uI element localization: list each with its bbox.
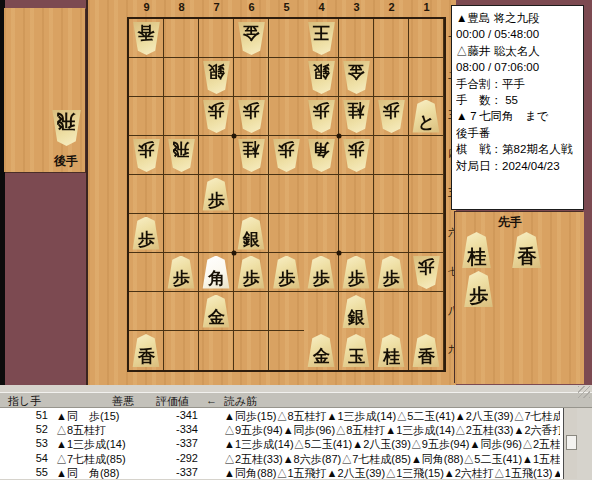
piece-sente-歩[interactable]: 歩 (272, 256, 301, 289)
file-label-7: 7 (199, 1, 234, 15)
piece-kanji: 歩 (383, 100, 399, 119)
arrow-left-icon: ← (206, 394, 217, 406)
square-9六[interactable]: 歩 (129, 214, 164, 253)
square-4一[interactable]: 王 (304, 19, 339, 58)
move-number: 53 (14, 437, 48, 449)
piece-sente-歩[interactable]: 歩 (132, 217, 161, 250)
gote-label: 後手 (54, 153, 78, 170)
square-7八[interactable]: 金 (199, 292, 234, 331)
star-point (337, 134, 342, 139)
square-1八[interactable] (409, 292, 444, 331)
piece-sente-と[interactable]: と (412, 100, 441, 133)
piece-kanji: 歩 (418, 256, 434, 275)
piece-kanji: 王 (313, 22, 329, 41)
file-label-3: 3 (339, 1, 374, 15)
piece-sente-歩[interactable]: 歩 (307, 256, 336, 289)
square-3三[interactable]: 桂 (339, 97, 374, 136)
square-2六[interactable] (374, 214, 409, 253)
piece-kanji: 金 (348, 61, 364, 80)
file-label-1: 1 (409, 1, 444, 15)
pv-text: ▲同角(88)△1五飛打▲2八玉(39)△1三飛(15)▲2六桂打△1五飛(13… (224, 466, 560, 480)
square-2三[interactable]: 歩 (374, 97, 409, 136)
piece-kanji: 香 (138, 22, 154, 41)
square-4八[interactable] (304, 292, 339, 331)
sente-hand-tray[interactable]: 先手 桂香歩 (455, 212, 584, 384)
square-7五[interactable]: 歩 (199, 175, 234, 214)
move-row-52[interactable]: 52△8五桂打-334△9五歩(94)▲同歩(96)△8五桂打▲1三歩成(14)… (0, 422, 563, 436)
info-line-9: 棋 戦：第82期名人戦 (456, 141, 581, 157)
piece-kanji: 歩 (348, 270, 364, 289)
piece-kanji: 歩 (313, 100, 329, 119)
piece-kanji: 歩 (470, 286, 488, 307)
square-2四[interactable] (374, 136, 409, 175)
piece-sente-歩[interactable]: 歩 (377, 256, 406, 289)
square-9四[interactable]: 歩 (129, 136, 164, 175)
piece-kanji: 香 (518, 247, 536, 268)
square-7二[interactable]: 銀 (199, 58, 234, 97)
square-5二[interactable] (269, 58, 304, 97)
square-3八[interactable]: 銀 (339, 292, 374, 331)
piece-kanji: 玉 (348, 348, 364, 367)
square-9七[interactable] (129, 253, 164, 292)
square-5五[interactable] (269, 175, 304, 214)
star-point (232, 251, 237, 256)
move-number: 51 (14, 409, 48, 421)
move-number: 54 (14, 452, 48, 464)
square-3九[interactable]: 玉 (339, 331, 374, 370)
square-9九[interactable]: 香 (129, 331, 164, 370)
file-label-8: 8 (164, 1, 199, 15)
square-1七[interactable]: 歩 (409, 253, 444, 292)
piece-kanji: 銀 (313, 61, 329, 80)
piece-gote-歩[interactable]: 歩 (272, 139, 301, 172)
info-line-5: 手合割：平手 (456, 76, 581, 92)
square-2九[interactable]: 桂 (374, 331, 409, 370)
info-line-4: 08:00 / 07:06:00 (456, 59, 581, 75)
square-7六[interactable] (199, 214, 234, 253)
piece-kanji: と (418, 114, 434, 133)
piece-kanji: 桂 (468, 247, 486, 268)
move-text: ▲同 角(88) (56, 466, 119, 480)
square-4九[interactable]: 金 (304, 331, 339, 370)
shogi-gui-window: 987654321 一二三四五六七八九 香金王銀銀金歩歩歩桂歩と歩飛桂歩角歩歩歩… (0, 0, 592, 480)
square-5六[interactable] (269, 214, 304, 253)
square-8七[interactable]: 歩 (164, 253, 199, 292)
piece-gote-王[interactable]: 王 (307, 22, 336, 55)
piece-kanji: 歩 (348, 139, 364, 158)
header-eval: 評価値 (156, 394, 189, 409)
square-7三[interactable]: 歩 (199, 97, 234, 136)
square-4三[interactable]: 歩 (304, 97, 339, 136)
square-8八[interactable] (164, 292, 199, 331)
square-8四[interactable]: 飛 (164, 136, 199, 175)
square-6三[interactable]: 歩 (234, 97, 269, 136)
info-line-3: △藤井 聡太名人 (456, 43, 581, 59)
piece-sente-香[interactable]: 香 (132, 334, 161, 367)
piece-kanji: 歩 (279, 270, 295, 289)
square-7九[interactable] (199, 331, 234, 370)
piece-gote-歩[interactable]: 歩 (307, 100, 336, 133)
board-area: 987654321 一二三四五六七八九 香金王銀銀金歩歩歩桂歩と歩飛桂歩角歩歩歩… (88, 0, 456, 385)
move-row-55[interactable]: 55▲同 角(88)-337▲同角(88)△1五飛打▲2八玉(39)△1三飛(1… (0, 465, 563, 479)
square-8五[interactable] (164, 175, 199, 214)
square-1九[interactable]: 香 (409, 331, 444, 370)
move-list-rows: 51▲同 歩(15)-341▲同歩(15)△8五桂打▲1三歩成(14)△5二玉(… (0, 408, 563, 479)
square-4七[interactable]: 歩 (304, 253, 339, 292)
square-8六[interactable] (164, 214, 199, 253)
eval-value: -341 (138, 409, 198, 421)
square-1五[interactable] (409, 175, 444, 214)
square-5三[interactable] (269, 97, 304, 136)
square-5八[interactable] (269, 292, 304, 331)
game-info-panel: ▲豊島 将之九段00:00 / 05:48:00△藤井 聡太名人08:00 / … (451, 5, 584, 210)
piece-kanji: 桂 (383, 348, 399, 367)
square-6二[interactable] (234, 58, 269, 97)
square-7一[interactable] (199, 19, 234, 58)
file-labels: 987654321 (129, 1, 444, 15)
square-1三[interactable]: と (409, 97, 444, 136)
square-9五[interactable] (129, 175, 164, 214)
square-1六[interactable] (409, 214, 444, 253)
piece-kanji: 角 (208, 270, 224, 289)
piece-sente-歩[interactable]: 歩 (463, 271, 494, 307)
move-list-scrollbar[interactable] (563, 408, 577, 479)
piece-kanji: 飛 (173, 139, 189, 158)
square-6七[interactable]: 歩 (234, 253, 269, 292)
piece-gote-歩[interactable]: 歩 (237, 100, 266, 133)
info-line-6: 手 数： 55 (456, 92, 581, 108)
piece-sente-香[interactable]: 香 (511, 232, 542, 268)
square-6四[interactable]: 桂 (234, 136, 269, 175)
piece-kanji: 金 (313, 348, 329, 367)
move-row-53[interactable]: 53▲1三歩成(14)-337▲1三歩成(14)△5二玉(41)▲2八玉(39)… (0, 436, 563, 450)
square-6六[interactable]: 銀 (234, 214, 269, 253)
file-label-2: 2 (374, 1, 409, 15)
piece-kanji: 桂 (348, 100, 364, 119)
piece-sente-桂[interactable]: 桂 (461, 232, 492, 268)
piece-gote-金[interactable]: 金 (342, 61, 371, 94)
square-7七[interactable]: 角 (199, 253, 234, 292)
piece-kanji: 角 (313, 139, 329, 158)
piece-kanji: 銀 (348, 309, 364, 328)
file-label-4: 4 (304, 1, 339, 15)
square-3二[interactable]: 金 (339, 58, 374, 97)
piece-kanji: 香 (418, 348, 434, 367)
square-6八[interactable] (234, 292, 269, 331)
file-label-9: 9 (129, 1, 164, 15)
piece-sente-歩[interactable]: 歩 (237, 256, 266, 289)
square-2二[interactable] (374, 58, 409, 97)
piece-gote-歩[interactable]: 歩 (377, 100, 406, 133)
square-3四[interactable]: 歩 (339, 136, 374, 175)
piece-gote-角[interactable]: 角 (307, 139, 336, 172)
square-1一[interactable] (409, 19, 444, 58)
move-row-54[interactable]: 54△7七桂成(85)-292△2五桂(33)▲8六歩(87)△7七桂成(85)… (0, 451, 563, 465)
piece-sente-歩[interactable]: 歩 (342, 256, 371, 289)
piece-kanji: 飛 (58, 110, 76, 131)
eval-value: -334 (138, 423, 198, 435)
info-line-1: ▲豊島 将之九段 (456, 10, 581, 26)
piece-kanji: 歩 (383, 270, 399, 289)
piece-sente-歩[interactable]: 歩 (202, 178, 231, 211)
piece-gote-銀[interactable]: 銀 (202, 61, 231, 94)
piece-gote-飛[interactable]: 飛 (167, 139, 196, 172)
square-3五[interactable] (339, 175, 374, 214)
piece-kanji: 歩 (173, 270, 189, 289)
piece-sente-歩[interactable]: 歩 (167, 256, 196, 289)
piece-sente-角[interactable]: 角 (202, 256, 231, 289)
square-9三[interactable] (129, 97, 164, 136)
info-line-10: 対局日：2024/04/23 (456, 158, 581, 174)
square-1二[interactable] (409, 58, 444, 97)
square-4六[interactable] (304, 214, 339, 253)
move-list-header: 指し手 善悪 評価値 ← 読み筋 (0, 392, 592, 408)
square-5七[interactable]: 歩 (269, 253, 304, 292)
gote-hand-tray[interactable]: 飛 後手 (4, 8, 85, 172)
scrollbar-thumb[interactable] (566, 435, 577, 450)
square-2七[interactable]: 歩 (374, 253, 409, 292)
square-6九[interactable] (234, 331, 269, 370)
move-list-panel: 指し手 善悪 評価値 ← 読み筋 51▲同 歩(15)-341▲同歩(15)△8… (0, 385, 592, 480)
square-3六[interactable] (339, 214, 374, 253)
piece-kanji: 歩 (243, 270, 259, 289)
piece-kanji: 銀 (243, 231, 259, 250)
square-8九[interactable] (164, 331, 199, 370)
info-line-2: 00:00 / 05:48:00 (456, 26, 581, 42)
square-5四[interactable]: 歩 (269, 136, 304, 175)
piece-gote-歩[interactable]: 歩 (132, 139, 161, 172)
square-5九[interactable] (269, 331, 304, 370)
piece-sente-玉[interactable]: 玉 (342, 334, 371, 367)
info-line-7: ▲７七同角 まで (456, 108, 581, 124)
piece-gote-桂[interactable]: 桂 (342, 100, 371, 133)
piece-kanji: 銀 (208, 61, 224, 80)
square-4五[interactable] (304, 175, 339, 214)
piece-sente-桂[interactable]: 桂 (377, 334, 406, 367)
piece-sente-香[interactable]: 香 (412, 334, 441, 367)
move-number: 55 (14, 466, 48, 478)
piece-gote-桂[interactable]: 桂 (237, 139, 266, 172)
piece-gote-歩[interactable]: 歩 (342, 139, 371, 172)
board-grid[interactable]: 香金王銀銀金歩歩歩桂歩と歩飛桂歩角歩歩歩銀歩角歩歩歩歩歩歩金銀香金玉桂香 (127, 17, 446, 372)
piece-sente-銀[interactable]: 銀 (237, 217, 266, 250)
move-row-51[interactable]: 51▲同 歩(15)-341▲同歩(15)△8五桂打▲1三歩成(14)△5二玉(… (0, 408, 563, 422)
star-point (232, 134, 237, 139)
square-9二[interactable] (129, 58, 164, 97)
piece-kanji: 歩 (313, 270, 329, 289)
square-9一[interactable]: 香 (129, 19, 164, 58)
piece-kanji: 歩 (138, 139, 154, 158)
header-judge: 善悪 (112, 394, 134, 409)
square-3七[interactable]: 歩 (339, 253, 374, 292)
piece-kanji: 金 (208, 309, 224, 328)
square-5一[interactable] (269, 19, 304, 58)
move-number: 52 (14, 423, 48, 435)
piece-sente-銀[interactable]: 銀 (342, 295, 371, 328)
square-8三[interactable] (164, 97, 199, 136)
piece-sente-金[interactable]: 金 (307, 334, 336, 367)
piece-kanji: 歩 (138, 231, 154, 250)
piece-gote-歩[interactable]: 歩 (202, 100, 231, 133)
piece-kanji: 金 (243, 22, 259, 41)
square-2八[interactable] (374, 292, 409, 331)
file-label-6: 6 (234, 1, 269, 15)
info-line-8: 後手番 (456, 125, 581, 141)
header-pv: 読み筋 (224, 394, 257, 409)
square-4二[interactable]: 銀 (304, 58, 339, 97)
square-8二[interactable] (164, 58, 199, 97)
square-9八[interactable] (129, 292, 164, 331)
square-7四[interactable] (199, 136, 234, 175)
square-4四[interactable]: 角 (304, 136, 339, 175)
piece-gote-歩[interactable]: 歩 (412, 256, 441, 289)
header-move: 指し手 (8, 394, 41, 409)
piece-gote-飛[interactable]: 飛 (51, 110, 82, 146)
piece-kanji: 歩 (208, 100, 224, 119)
piece-gote-香[interactable]: 香 (132, 22, 161, 55)
file-label-5: 5 (269, 1, 304, 15)
piece-kanji: 桂 (243, 139, 259, 158)
square-3一[interactable] (339, 19, 374, 58)
piece-sente-金[interactable]: 金 (202, 295, 231, 328)
eval-value: -337 (138, 437, 198, 449)
square-6一[interactable]: 金 (234, 19, 269, 58)
eval-value: -337 (138, 466, 198, 478)
piece-kanji: 香 (138, 348, 154, 367)
square-8一[interactable] (164, 19, 199, 58)
square-2一[interactable] (374, 19, 409, 58)
piece-kanji: 歩 (243, 100, 259, 119)
piece-kanji: 歩 (208, 192, 224, 211)
eval-value: -292 (138, 452, 198, 464)
piece-kanji: 歩 (279, 139, 295, 158)
star-point (337, 251, 342, 256)
sente-label: 先手 (498, 214, 522, 231)
piece-gote-銀[interactable]: 銀 (307, 61, 336, 94)
piece-gote-金[interactable]: 金 (237, 22, 266, 55)
square-6五[interactable] (234, 175, 269, 214)
square-1四[interactable] (409, 136, 444, 175)
square-2五[interactable] (374, 175, 409, 214)
resize-grip-icon[interactable] (578, 386, 590, 398)
